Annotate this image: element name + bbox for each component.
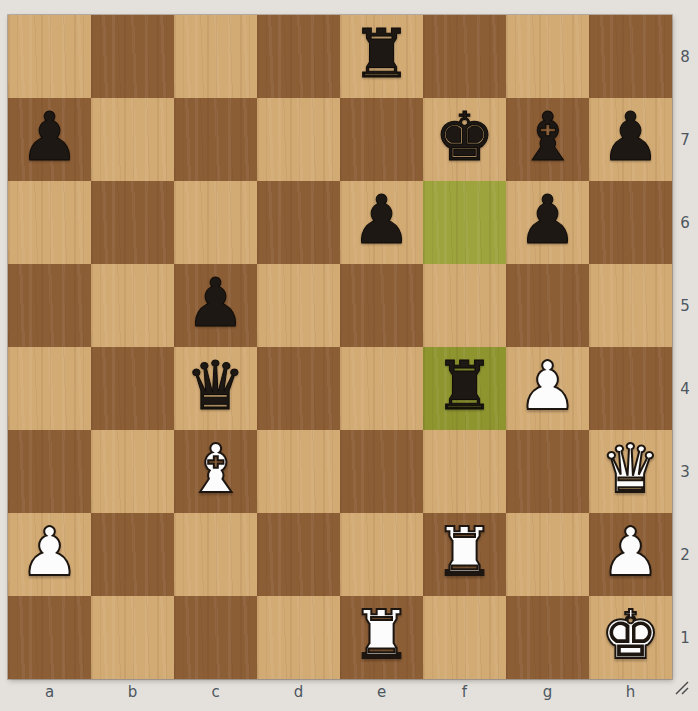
square-c1[interactable] (174, 596, 257, 679)
square-h7[interactable]: ♟ (589, 98, 672, 181)
square-g5[interactable] (506, 264, 589, 347)
square-b1[interactable] (91, 596, 174, 679)
square-a4[interactable] (8, 347, 91, 430)
rank-label-3: 3 (672, 430, 698, 513)
piece-white-rook[interactable]: ♜ (434, 511, 494, 594)
square-f6[interactable] (423, 181, 506, 264)
square-h1[interactable]: ♚ (589, 596, 672, 679)
square-h4[interactable] (589, 347, 672, 430)
square-f4[interactable]: ♜ (423, 347, 506, 430)
square-d5[interactable] (257, 264, 340, 347)
square-c3[interactable]: ♝ (174, 430, 257, 513)
square-a1[interactable] (8, 596, 91, 679)
square-d3[interactable] (257, 430, 340, 513)
square-h2[interactable]: ♟ (589, 513, 672, 596)
square-d4[interactable] (257, 347, 340, 430)
square-a7[interactable]: ♟ (8, 98, 91, 181)
file-label-d: d (257, 679, 340, 711)
rank-label-1: 1 (672, 596, 698, 679)
square-b7[interactable] (91, 98, 174, 181)
rank-label-2: 2 (672, 513, 698, 596)
square-a6[interactable] (8, 181, 91, 264)
square-b3[interactable] (91, 430, 174, 513)
rank-label-7: 7 (672, 98, 698, 181)
piece-black-pawn[interactable]: ♟ (351, 179, 411, 262)
file-label-b: b (91, 679, 174, 711)
square-e6[interactable]: ♟ (340, 181, 423, 264)
square-b4[interactable] (91, 347, 174, 430)
square-b5[interactable] (91, 264, 174, 347)
chess-board: ♜♟♚♝♟♟♟♟♛♜♟♝♛♟♜♟♜♚ (8, 15, 672, 679)
piece-black-king[interactable]: ♚ (434, 96, 494, 179)
file-label-f: f (423, 679, 506, 711)
rank-label-4: 4 (672, 347, 698, 430)
piece-black-bishop[interactable]: ♝ (517, 96, 577, 179)
square-a5[interactable] (8, 264, 91, 347)
square-g2[interactable] (506, 513, 589, 596)
piece-black-pawn[interactable]: ♟ (600, 96, 660, 179)
square-d1[interactable] (257, 596, 340, 679)
piece-white-queen[interactable]: ♛ (600, 428, 660, 511)
square-h5[interactable] (589, 264, 672, 347)
square-f1[interactable] (423, 596, 506, 679)
square-c4[interactable]: ♛ (174, 347, 257, 430)
square-g7[interactable]: ♝ (506, 98, 589, 181)
square-c6[interactable] (174, 181, 257, 264)
square-c7[interactable] (174, 98, 257, 181)
square-a8[interactable] (8, 15, 91, 98)
piece-white-pawn[interactable]: ♟ (600, 511, 660, 594)
square-c2[interactable] (174, 513, 257, 596)
square-c8[interactable] (174, 15, 257, 98)
rank-label-8: 8 (672, 15, 698, 98)
square-f5[interactable] (423, 264, 506, 347)
square-c5[interactable]: ♟ (174, 264, 257, 347)
square-h8[interactable] (589, 15, 672, 98)
square-e7[interactable] (340, 98, 423, 181)
piece-black-rook[interactable]: ♜ (434, 345, 494, 428)
square-g1[interactable] (506, 596, 589, 679)
file-label-h: h (589, 679, 672, 711)
square-g3[interactable] (506, 430, 589, 513)
piece-black-pawn[interactable]: ♟ (19, 96, 79, 179)
square-h6[interactable] (589, 181, 672, 264)
square-g8[interactable] (506, 15, 589, 98)
file-label-e: e (340, 679, 423, 711)
square-f8[interactable] (423, 15, 506, 98)
piece-white-pawn[interactable]: ♟ (517, 345, 577, 428)
square-g4[interactable]: ♟ (506, 347, 589, 430)
piece-black-rook[interactable]: ♜ (351, 13, 411, 96)
square-b2[interactable] (91, 513, 174, 596)
piece-white-king[interactable]: ♚ (600, 594, 660, 677)
piece-white-pawn[interactable]: ♟ (19, 511, 79, 594)
page: { "game": "chess", "position": { "fen": … (0, 0, 698, 711)
square-a2[interactable]: ♟ (8, 513, 91, 596)
square-e4[interactable] (340, 347, 423, 430)
square-d2[interactable] (257, 513, 340, 596)
piece-white-rook[interactable]: ♜ (351, 594, 411, 677)
rank-labels: 87654321 (672, 15, 698, 679)
file-label-a: a (8, 679, 91, 711)
square-e5[interactable] (340, 264, 423, 347)
square-b6[interactable] (91, 181, 174, 264)
resize-handle-icon[interactable] (674, 680, 690, 696)
square-f3[interactable] (423, 430, 506, 513)
square-e3[interactable] (340, 430, 423, 513)
square-b8[interactable] (91, 15, 174, 98)
file-label-c: c (174, 679, 257, 711)
piece-black-queen[interactable]: ♛ (185, 345, 245, 428)
file-labels: abcdefgh (8, 679, 672, 711)
square-f2[interactable]: ♜ (423, 513, 506, 596)
piece-white-bishop[interactable]: ♝ (185, 428, 245, 511)
square-d6[interactable] (257, 181, 340, 264)
square-e2[interactable] (340, 513, 423, 596)
square-d8[interactable] (257, 15, 340, 98)
rank-label-6: 6 (672, 181, 698, 264)
square-g6[interactable]: ♟ (506, 181, 589, 264)
piece-black-pawn[interactable]: ♟ (185, 262, 245, 345)
file-label-g: g (506, 679, 589, 711)
piece-black-pawn[interactable]: ♟ (517, 179, 577, 262)
square-a3[interactable] (8, 430, 91, 513)
square-d7[interactable] (257, 98, 340, 181)
square-h3[interactable]: ♛ (589, 430, 672, 513)
square-f7[interactable]: ♚ (423, 98, 506, 181)
rank-label-5: 5 (672, 264, 698, 347)
square-e1[interactable]: ♜ (340, 596, 423, 679)
square-e8[interactable]: ♜ (340, 15, 423, 98)
